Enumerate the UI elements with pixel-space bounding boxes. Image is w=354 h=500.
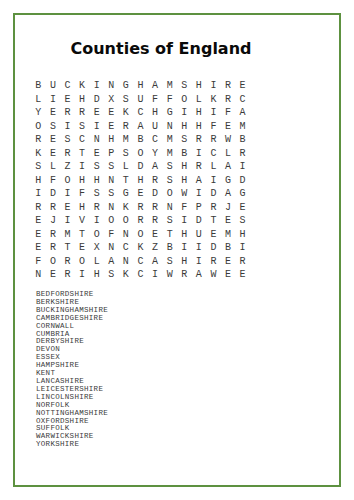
- grid-cell: E: [104, 106, 119, 120]
- grid-cell: B: [235, 133, 250, 147]
- grid-cell: R: [46, 241, 61, 255]
- grid-cell: S: [89, 160, 104, 174]
- grid-cell: R: [148, 174, 163, 188]
- grid-cell: T: [119, 174, 134, 188]
- grid-cell: D: [206, 241, 221, 255]
- grid-cell: H: [89, 174, 104, 188]
- grid-cell: N: [104, 174, 119, 188]
- grid-cell: S: [60, 133, 75, 147]
- grid-cell: S: [104, 160, 119, 174]
- grid-cell: O: [89, 228, 104, 242]
- grid-cell: C: [75, 133, 90, 147]
- grid-cell: X: [104, 93, 119, 107]
- grid-cell: E: [31, 214, 46, 228]
- grid-cell: F: [31, 255, 46, 269]
- grid-cell: H: [31, 174, 46, 188]
- grid-cell: S: [89, 187, 104, 201]
- grid-cell: A: [148, 79, 163, 93]
- grid-cell: A: [148, 255, 163, 269]
- word-list: BEDFORDSHIREBERKSHIREBUCKINGHAMSHIRECAMB…: [36, 291, 108, 449]
- grid-cell: E: [46, 106, 61, 120]
- grid-cell: T: [206, 214, 221, 228]
- grid-cell: K: [75, 79, 90, 93]
- grid-cell: W: [162, 268, 177, 282]
- grid-cell: F: [46, 174, 61, 188]
- grid-cell: D: [206, 187, 221, 201]
- grid-cell: N: [104, 241, 119, 255]
- grid-cell: U: [192, 228, 207, 242]
- grid-cell: F: [75, 187, 90, 201]
- puzzle-title: Counties of England: [15, 39, 307, 58]
- grid-cell: H: [235, 228, 250, 242]
- grid-cell: H: [177, 160, 192, 174]
- grid-cell: S: [104, 187, 119, 201]
- grid-cell: K: [206, 93, 221, 107]
- grid-cell: V: [75, 214, 90, 228]
- grid-cell: B: [162, 241, 177, 255]
- grid-cell: I: [206, 174, 221, 188]
- grid-cell: I: [75, 160, 90, 174]
- grid-cell: R: [192, 133, 207, 147]
- grid-cell: R: [148, 201, 163, 215]
- grid-cell: I: [148, 268, 163, 282]
- grid-cell: H: [177, 255, 192, 269]
- grid-cell: H: [75, 201, 90, 215]
- grid-cell: N: [162, 120, 177, 134]
- grid-cell: S: [162, 255, 177, 269]
- grid-cell: L: [221, 147, 236, 161]
- grid-cell: H: [75, 174, 90, 188]
- grid-cell: R: [60, 147, 75, 161]
- grid-cell: S: [104, 268, 119, 282]
- grid-cell: T: [60, 241, 75, 255]
- grid-cell: D: [148, 187, 163, 201]
- grid-cell: L: [206, 160, 221, 174]
- grid-cell: R: [133, 214, 148, 228]
- grid-cell: T: [75, 147, 90, 161]
- grid-cell: D: [235, 174, 250, 188]
- grid-cell: B: [31, 79, 46, 93]
- grid-cell: S: [119, 93, 134, 107]
- grid-cell: H: [133, 174, 148, 188]
- grid-cell: I: [89, 79, 104, 93]
- grid-cell: J: [221, 201, 236, 215]
- grid-cell: H: [75, 93, 90, 107]
- grid-cell: E: [221, 255, 236, 269]
- grid-cell: S: [46, 120, 61, 134]
- grid-cell: F: [221, 106, 236, 120]
- grid-cell: T: [75, 228, 90, 242]
- grid-cell: K: [119, 106, 134, 120]
- grid-cell: Z: [60, 160, 75, 174]
- grid-cell: S: [177, 79, 192, 93]
- grid-cell: L: [119, 160, 134, 174]
- grid-cell: P: [104, 147, 119, 161]
- word-list-item: YORKSHIRE: [36, 441, 108, 449]
- grid-cell: K: [119, 201, 134, 215]
- grid-cell: M: [235, 120, 250, 134]
- grid-cell: E: [148, 228, 163, 242]
- grid-cell: I: [177, 241, 192, 255]
- grid-cell: C: [60, 79, 75, 93]
- grid-cell: A: [133, 120, 148, 134]
- grid-cell: E: [60, 201, 75, 215]
- grid-cell: N: [119, 228, 134, 242]
- grid-cell: O: [104, 214, 119, 228]
- grid-cell: B: [221, 241, 236, 255]
- grid-cell: R: [31, 201, 46, 215]
- grid-cell: L: [31, 93, 46, 107]
- grid-cell: O: [75, 255, 90, 269]
- grid-cell: I: [206, 106, 221, 120]
- grid-cell: I: [206, 79, 221, 93]
- grid-cell: S: [119, 147, 134, 161]
- grid-cell: I: [192, 241, 207, 255]
- grid-cell: O: [60, 174, 75, 188]
- grid-cell: N: [104, 79, 119, 93]
- grid-cell: Z: [148, 241, 163, 255]
- grid-cell: D: [46, 187, 61, 201]
- grid-cell: M: [60, 228, 75, 242]
- grid-cell: I: [177, 106, 192, 120]
- grid-cell: R: [119, 120, 134, 134]
- grid-cell: B: [133, 133, 148, 147]
- grid-cell: S: [75, 120, 90, 134]
- grid-cell: H: [192, 120, 207, 134]
- grid-cell: E: [46, 133, 61, 147]
- grid-cell: Y: [148, 147, 163, 161]
- grid-cell: R: [221, 79, 236, 93]
- grid-cell: R: [235, 255, 250, 269]
- grid-cell: N: [89, 133, 104, 147]
- grid-cell: U: [148, 120, 163, 134]
- grid-cell: S: [162, 214, 177, 228]
- grid-cell: D: [133, 160, 148, 174]
- grid-cell: G: [119, 187, 134, 201]
- grid-cell: D: [89, 93, 104, 107]
- grid-cell: R: [75, 106, 90, 120]
- grid-cell: O: [31, 120, 46, 134]
- grid-cell: N: [104, 201, 119, 215]
- grid-cell: Y: [31, 106, 46, 120]
- grid-cell: C: [206, 147, 221, 161]
- grid-cell: M: [162, 147, 177, 161]
- grid-cell: E: [235, 268, 250, 282]
- grid-cell: G: [119, 79, 134, 93]
- grid-cell: O: [119, 214, 134, 228]
- grid-cell: C: [133, 106, 148, 120]
- grid-cell: H: [148, 106, 163, 120]
- grid-cell: R: [148, 214, 163, 228]
- grid-cell: C: [148, 133, 163, 147]
- grid-cell: R: [192, 160, 207, 174]
- grid-cell: A: [221, 160, 236, 174]
- grid-cell: H: [192, 106, 207, 120]
- grid-cell: L: [46, 160, 61, 174]
- grid-cell: H: [177, 174, 192, 188]
- grid-cell: M: [162, 133, 177, 147]
- grid-cell: E: [221, 268, 236, 282]
- grid-cell: S: [31, 160, 46, 174]
- grid-cell: I: [235, 241, 250, 255]
- grid-cell: G: [221, 174, 236, 188]
- grid-cell: R: [46, 228, 61, 242]
- grid-cell: E: [89, 106, 104, 120]
- grid-cell: I: [89, 120, 104, 134]
- grid-cell: W: [177, 187, 192, 201]
- grid-cell: H: [89, 268, 104, 282]
- grid-cell: I: [89, 214, 104, 228]
- grid-cell: F: [206, 120, 221, 134]
- grid-cell: C: [235, 93, 250, 107]
- grid-cell: R: [206, 255, 221, 269]
- grid-cell: K: [119, 268, 134, 282]
- grid-cell: S: [162, 160, 177, 174]
- grid-cell: U: [133, 93, 148, 107]
- grid-cell: R: [133, 201, 148, 215]
- grid-cell: E: [31, 241, 46, 255]
- grid-cell: R: [60, 268, 75, 282]
- grid-cell: E: [221, 120, 236, 134]
- grid-cell: R: [60, 255, 75, 269]
- grid-cell: U: [46, 79, 61, 93]
- grid-cell: I: [46, 93, 61, 107]
- grid-cell: A: [221, 187, 236, 201]
- grid-cell: H: [133, 79, 148, 93]
- grid-cell: E: [46, 147, 61, 161]
- grid-cell: R: [206, 133, 221, 147]
- grid-cell: R: [31, 133, 46, 147]
- grid-cell: E: [75, 241, 90, 255]
- grid-cell: A: [104, 255, 119, 269]
- grid-cell: E: [133, 187, 148, 201]
- grid-cell: R: [89, 201, 104, 215]
- grid-cell: E: [104, 120, 119, 134]
- grid-cell: R: [221, 93, 236, 107]
- grid-cell: H: [177, 120, 192, 134]
- grid-cell: O: [133, 147, 148, 161]
- grid-cell: L: [192, 93, 207, 107]
- grid-cell: R: [60, 106, 75, 120]
- grid-cell: E: [235, 79, 250, 93]
- grid-cell: O: [162, 187, 177, 201]
- grid-cell: F: [104, 228, 119, 242]
- grid-cell: R: [46, 201, 61, 215]
- grid-cell: R: [206, 201, 221, 215]
- grid-cell: W: [221, 133, 236, 147]
- grid-cell: F: [177, 201, 192, 215]
- grid-cell: I: [75, 268, 90, 282]
- grid-cell: T: [162, 228, 177, 242]
- grid-cell: J: [46, 214, 61, 228]
- grid-cell: H: [177, 228, 192, 242]
- grid-cell: A: [192, 268, 207, 282]
- grid-cell: S: [177, 133, 192, 147]
- grid-cell: D: [192, 214, 207, 228]
- grid-cell: C: [133, 255, 148, 269]
- grid-cell: I: [60, 187, 75, 201]
- grid-cell: N: [162, 201, 177, 215]
- grid-cell: E: [221, 214, 236, 228]
- grid-cell: H: [192, 79, 207, 93]
- grid-cell: G: [235, 187, 250, 201]
- grid-cell: A: [192, 174, 207, 188]
- grid-cell: K: [133, 241, 148, 255]
- grid-cell: M: [162, 79, 177, 93]
- grid-cell: H: [104, 133, 119, 147]
- grid-cell: I: [192, 187, 207, 201]
- grid-cell: F: [162, 93, 177, 107]
- grid-cell: E: [206, 228, 221, 242]
- grid-cell: I: [192, 255, 207, 269]
- grid-cell: A: [148, 160, 163, 174]
- grid-cell: O: [133, 228, 148, 242]
- grid-cell: E: [46, 268, 61, 282]
- grid-cell: I: [235, 160, 250, 174]
- grid-cell: W: [206, 268, 221, 282]
- grid-cell: I: [60, 214, 75, 228]
- grid-cell: N: [31, 268, 46, 282]
- grid-cell: E: [60, 93, 75, 107]
- grid-cell: O: [177, 93, 192, 107]
- grid-cell: C: [133, 268, 148, 282]
- grid-cell: M: [221, 228, 236, 242]
- grid-cell: S: [162, 174, 177, 188]
- grid-cell: P: [192, 201, 207, 215]
- grid-cell: G: [162, 106, 177, 120]
- grid-cell: I: [192, 147, 207, 161]
- grid-cell: I: [177, 214, 192, 228]
- worksheet-page: Counties of England BUCKINGHAMSHIRELIEHD…: [0, 0, 354, 500]
- grid-cell: A: [235, 106, 250, 120]
- grid-cell: L: [89, 255, 104, 269]
- grid-cell: C: [119, 241, 134, 255]
- grid-cell: I: [60, 120, 75, 134]
- grid-cell: E: [235, 201, 250, 215]
- grid-cell: K: [31, 147, 46, 161]
- grid-cell: B: [177, 147, 192, 161]
- grid-cell: E: [89, 147, 104, 161]
- grid-cell: E: [31, 228, 46, 242]
- grid-cell: F: [148, 93, 163, 107]
- grid-cell: S: [235, 214, 250, 228]
- word-search-grid: BUCKINGHAMSHIRELIEHDXSUFFOLKRCYERREEKCHG…: [31, 79, 250, 282]
- grid-cell: R: [235, 147, 250, 161]
- grid-cell: M: [119, 133, 134, 147]
- grid-cell: N: [119, 255, 134, 269]
- grid-cell: I: [31, 187, 46, 201]
- grid-cell: O: [46, 255, 61, 269]
- grid-cell: R: [177, 268, 192, 282]
- grid-cell: X: [89, 241, 104, 255]
